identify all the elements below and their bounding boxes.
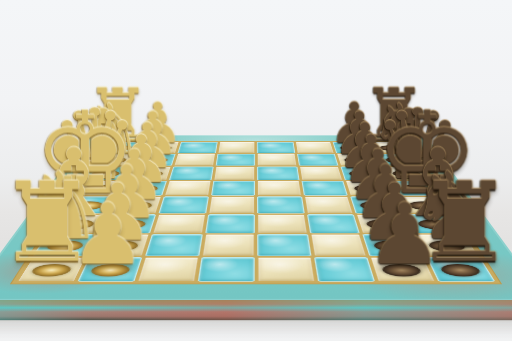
- square-c4: [213, 166, 255, 180]
- square-b3: [174, 154, 216, 166]
- square-f5: [257, 214, 307, 233]
- square-g5: [257, 234, 311, 256]
- square-b5: [257, 154, 297, 166]
- square-e5: [257, 196, 304, 213]
- black-rook: ♜: [415, 168, 512, 278]
- square-h8: ♜: [426, 257, 496, 282]
- square-h3: [137, 257, 199, 282]
- chess-board: ♜♟♟♜♞♟♟♞♝♟♟♝♛♟♟♛♚♟♟♚♝♟♟♝♞♟♟♞♜♟♟♜: [0, 135, 512, 300]
- square-b4: [215, 154, 255, 166]
- square-e4: [208, 196, 255, 213]
- square-d5: [257, 181, 301, 196]
- square-h2: ♟: [77, 257, 143, 282]
- board-frame: ♜♟♟♜♞♟♟♞♝♟♟♝♛♟♟♛♚♟♟♚♝♟♟♝♞♟♟♞♜♟♟♜: [0, 135, 512, 300]
- square-e3: [159, 196, 209, 213]
- scene-3d: ♜♟♟♜♞♟♟♞♝♟♟♝♛♟♟♛♚♟♟♚♝♟♟♝♞♟♟♞♜♟♟♜: [0, 0, 512, 341]
- square-f4: [205, 214, 255, 233]
- square-a3: [178, 142, 218, 153]
- square-g4: [201, 234, 255, 256]
- square-h5: [257, 257, 315, 282]
- chess-set-photo: ♜♟♟♜♞♟♟♞♝♟♟♝♛♟♟♛♚♟♟♚♝♟♟♝♞♟♟♞♜♟♟♜: [0, 0, 512, 341]
- square-h4: [197, 257, 255, 282]
- board-front-edge: [0, 300, 512, 320]
- square-c3: [169, 166, 213, 180]
- square-d4: [211, 181, 255, 196]
- square-c5: [257, 166, 299, 180]
- square-a4: [217, 142, 255, 153]
- square-g3: [145, 234, 202, 256]
- white-pawn: ♟: [69, 193, 145, 277]
- board-grid: ♜♟♟♜♞♟♟♞♝♟♟♝♛♟♟♛♚♟♟♚♝♟♟♝♞♟♟♞♜♟♟♜: [12, 141, 501, 283]
- square-d3: [164, 181, 211, 196]
- square-a5: [257, 142, 295, 153]
- square-f3: [152, 214, 205, 233]
